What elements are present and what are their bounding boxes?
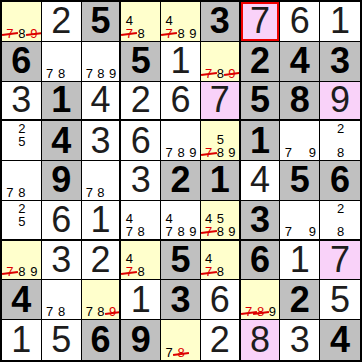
cell-r5c3[interactable]: 78 xyxy=(82,161,122,201)
candidate-8: 8 xyxy=(175,27,187,40)
candidate-8: 8 xyxy=(175,146,187,159)
given-digit: 5 xyxy=(131,43,151,79)
candidate-7-eliminated: 7 xyxy=(203,67,215,80)
cell-r2c5[interactable]: 1 xyxy=(161,42,201,82)
solved-digit: 3 xyxy=(11,82,31,118)
solved-digit: 2 xyxy=(210,322,230,358)
candidate-8-eliminated: 8 xyxy=(255,305,267,318)
given-digit: 2 xyxy=(250,43,270,79)
cell-r1c2[interactable]: 2 xyxy=(42,2,82,42)
cell-r2c8[interactable]: 4 xyxy=(280,42,320,82)
cell-r3c1[interactable]: 3 xyxy=(2,82,42,122)
candidate-2: 2 xyxy=(334,122,346,135)
cell-r6c5[interactable]: 4789 xyxy=(161,201,201,241)
candidate-9: 9 xyxy=(187,27,199,40)
given-digit: 5 xyxy=(170,242,190,278)
candidate-7-eliminated: 7 xyxy=(203,265,215,278)
given-digit: 6 xyxy=(11,43,31,79)
candidate-4: 4 xyxy=(163,212,175,225)
cell-r8c8[interactable]: 2 xyxy=(280,280,320,320)
cell-r7c2[interactable]: 3 xyxy=(42,241,82,281)
pencil-marks: 45789 xyxy=(201,201,239,239)
cell-r7c3[interactable]: 2 xyxy=(82,241,122,281)
cell-r5c9[interactable]: 6 xyxy=(320,161,360,201)
candidate-5: 5 xyxy=(16,215,28,228)
cell-r5c6[interactable]: 1 xyxy=(201,161,241,201)
pencil-marks: 79 xyxy=(280,201,319,239)
solved-digit: 5 xyxy=(330,282,350,318)
cell-r8c2[interactable]: 78 xyxy=(42,280,82,320)
solved-digit: 1 xyxy=(131,282,151,318)
solved-digit: 1 xyxy=(170,43,190,79)
cell-r2c2[interactable]: 78 xyxy=(42,42,82,82)
cell-r4c9[interactable]: 28 xyxy=(320,121,360,161)
candidate-8: 8 xyxy=(16,265,28,278)
given-digit: 3 xyxy=(210,3,230,39)
cell-r5c4[interactable]: 3 xyxy=(121,161,161,201)
pencil-marks: 78 xyxy=(42,42,81,81)
cell-r2c7[interactable]: 2 xyxy=(241,42,281,82)
candidate-7-eliminated: 7 xyxy=(203,225,215,238)
pencil-marks: 5789 xyxy=(201,121,239,160)
given-digit: 3 xyxy=(330,43,350,79)
given-digit: 3 xyxy=(170,282,190,318)
solved-digit: 9 xyxy=(330,82,350,118)
cell-r9c4[interactable]: 9 xyxy=(121,320,161,360)
given-digit: 4 xyxy=(11,282,31,318)
cell-r5c2[interactable]: 9 xyxy=(42,161,82,201)
candidate-7: 7 xyxy=(84,305,96,318)
cell-r6c3[interactable]: 1 xyxy=(82,201,122,241)
candidate-7: 7 xyxy=(123,225,135,238)
solved-digit: 8 xyxy=(250,322,270,358)
solved-digit: 3 xyxy=(90,123,110,159)
pencil-marks: 789 xyxy=(82,280,120,319)
candidate-9: 9 xyxy=(187,146,199,159)
solved-digit: 4 xyxy=(90,82,110,118)
cell-r8c7[interactable]: 789 xyxy=(241,280,281,320)
cell-r9c2[interactable]: 5 xyxy=(42,320,82,360)
candidate-7-eliminated: 7 xyxy=(243,305,255,318)
cell-r2c9[interactable]: 3 xyxy=(320,42,360,82)
given-digit: 4 xyxy=(290,43,310,79)
pencil-marks: 4789 xyxy=(161,201,200,239)
cell-r8c9[interactable]: 5 xyxy=(320,280,360,320)
solved-digit: 2 xyxy=(90,242,110,278)
candidate-7-eliminated: 7 xyxy=(123,265,135,278)
given-digit: 6 xyxy=(90,322,110,358)
given-digit: 9 xyxy=(51,162,71,198)
candidate-8: 8 xyxy=(334,146,346,159)
given-digit: 1 xyxy=(51,82,71,118)
candidate-8: 8 xyxy=(56,67,68,80)
candidate-8: 8 xyxy=(16,186,28,199)
candidate-9: 9 xyxy=(267,305,279,318)
candidate-8-eliminated: 8 xyxy=(175,346,187,359)
candidate-8: 8 xyxy=(175,225,187,238)
cell-r4c4[interactable]: 6 xyxy=(121,121,161,161)
cell-r6c9[interactable]: 28 xyxy=(320,201,360,241)
cell-r8c6[interactable]: 6 xyxy=(201,280,241,320)
cell-r3c4[interactable]: 2 xyxy=(121,82,161,122)
candidate-8: 8 xyxy=(135,27,147,40)
pencil-marks: 79 xyxy=(280,121,319,160)
cell-r3c8[interactable]: 8 xyxy=(280,82,320,122)
pencil-marks: 789 xyxy=(161,121,200,160)
cell-r3c3[interactable]: 4 xyxy=(82,82,122,122)
solved-digit: 5 xyxy=(51,322,71,358)
candidate-8: 8 xyxy=(214,225,226,238)
cell-r8c3[interactable]: 789 xyxy=(82,280,122,320)
pencil-marks: 789 xyxy=(201,42,239,81)
candidate-9: 9 xyxy=(306,146,318,159)
given-digit: 4 xyxy=(51,123,71,159)
candidate-9: 9 xyxy=(28,265,40,278)
given-digit: 2 xyxy=(170,162,190,198)
pencil-marks: 478 xyxy=(121,201,160,239)
cell-r8c1[interactable]: 4 xyxy=(2,280,42,320)
given-digit: 5 xyxy=(290,162,310,198)
candidate-5: 5 xyxy=(16,135,28,148)
cell-r9c7[interactable]: 8 xyxy=(241,320,281,360)
cell-r9c1[interactable]: 1 xyxy=(2,320,42,360)
candidate-8: 8 xyxy=(95,305,107,318)
candidate-7-eliminated: 7 xyxy=(203,146,215,159)
cell-r1c5[interactable]: 4789 xyxy=(161,2,201,42)
pencil-marks: 78 xyxy=(82,161,120,200)
cell-r6c4[interactable]: 478 xyxy=(121,201,161,241)
given-digit: 1 xyxy=(210,162,230,198)
cell-r1c8[interactable]: 6 xyxy=(280,2,320,42)
cell-r1c9[interactable]: 1 xyxy=(320,2,360,42)
candidate-9-eliminated: 9 xyxy=(226,67,238,80)
solved-digit: 1 xyxy=(11,322,31,358)
solved-digit: 2 xyxy=(51,3,71,39)
candidate-7: 7 xyxy=(282,146,294,159)
candidate-4: 4 xyxy=(123,14,135,27)
solved-digit: 4 xyxy=(250,162,270,198)
candidate-7: 7 xyxy=(282,225,294,238)
candidate-7: 7 xyxy=(163,146,175,159)
cell-r9c6[interactable]: 2 xyxy=(201,320,241,360)
cell-r4c3[interactable]: 3 xyxy=(82,121,122,161)
candidate-7-eliminated: 7 xyxy=(123,27,135,40)
pencil-marks: 478 xyxy=(121,2,160,41)
candidate-8: 8 xyxy=(214,265,226,278)
cell-r9c9[interactable]: 4 xyxy=(320,320,360,360)
cell-r7c9[interactable]: 7 xyxy=(320,241,360,281)
given-digit: 1 xyxy=(250,123,270,159)
candidate-7-eliminated: 7 xyxy=(4,265,16,278)
candidate-5: 5 xyxy=(214,212,226,225)
solved-digit: 1 xyxy=(90,202,110,238)
pencil-marks: 78 xyxy=(42,280,81,319)
pencil-marks: 25 xyxy=(2,201,41,239)
solved-digit: 6 xyxy=(170,82,190,118)
cell-r7c5[interactable]: 5 xyxy=(161,241,201,281)
candidate-8: 8 xyxy=(95,186,107,199)
solved-digit: 6 xyxy=(210,282,230,318)
pencil-marks: 789 xyxy=(241,280,280,319)
given-digit: 3 xyxy=(250,202,270,238)
candidate-7-eliminated: 7 xyxy=(4,27,16,40)
cell-r7c6[interactable]: 478 xyxy=(201,241,241,281)
cell-r8c5[interactable]: 3 xyxy=(161,280,201,320)
solved-digit: 3 xyxy=(290,322,310,358)
cell-r6c7[interactable]: 3 xyxy=(241,201,281,241)
candidate-7-eliminated: 7 xyxy=(163,27,175,40)
cell-r3c6[interactable]: 7 xyxy=(201,82,241,122)
cell-r4c5[interactable]: 789 xyxy=(161,121,201,161)
solved-digit: 1 xyxy=(290,242,310,278)
cell-r5c5[interactable]: 2 xyxy=(161,161,201,201)
cell-r6c2[interactable]: 6 xyxy=(42,201,82,241)
cell-r3c9[interactable]: 9 xyxy=(320,82,360,122)
cell-r4c1[interactable]: 25 xyxy=(2,121,42,161)
cell-r9c5[interactable]: 78 xyxy=(161,320,201,360)
candidate-9-eliminated: 9 xyxy=(28,27,40,40)
given-digit: 2 xyxy=(290,282,310,318)
candidate-7: 7 xyxy=(44,305,56,318)
given-digit: 8 xyxy=(290,82,310,118)
cell-r2c4[interactable]: 5 xyxy=(121,42,161,82)
pencil-marks: 78 xyxy=(161,320,200,360)
given-digit: 4 xyxy=(330,322,350,358)
cell-r1c6[interactable]: 3 xyxy=(201,2,241,42)
solved-digit: 7 xyxy=(210,82,230,118)
candidate-7: 7 xyxy=(44,67,56,80)
candidate-4: 4 xyxy=(123,212,135,225)
cell-r5c1[interactable]: 78 xyxy=(2,161,42,201)
given-digit: 5 xyxy=(250,82,270,118)
given-digit: 5 xyxy=(90,3,110,39)
solved-digit: 6 xyxy=(290,3,310,39)
candidate-8: 8 xyxy=(56,305,68,318)
solved-digit: 7 xyxy=(330,242,350,278)
solved-digit: 1 xyxy=(330,3,350,39)
candidate-8: 8 xyxy=(334,225,346,238)
pencil-marks: 25 xyxy=(2,121,41,160)
candidate-9: 9 xyxy=(226,225,238,238)
candidate-7: 7 xyxy=(84,186,96,199)
candidate-9: 9 xyxy=(107,67,119,80)
candidate-7: 7 xyxy=(4,186,16,199)
candidate-9-eliminated: 9 xyxy=(107,305,119,318)
pencil-marks: 28 xyxy=(320,121,360,160)
candidate-7: 7 xyxy=(84,67,96,80)
candidate-8: 8 xyxy=(95,67,107,80)
cell-r5c8[interactable]: 5 xyxy=(280,161,320,201)
pencil-marks: 78 xyxy=(2,161,41,200)
cell-r8c4[interactable]: 1 xyxy=(121,280,161,320)
pencil-marks: 478 xyxy=(121,241,160,280)
pencil-marks: 789 xyxy=(2,2,41,41)
cell-r4c7[interactable]: 1 xyxy=(241,121,281,161)
sudoku-board: 7892547847893761678789517892433142675892… xyxy=(0,0,362,362)
cell-r1c4[interactable]: 478 xyxy=(121,2,161,42)
cell-r5c7[interactable]: 4 xyxy=(241,161,281,201)
pencil-marks: 28 xyxy=(320,201,360,239)
given-digit: 6 xyxy=(250,242,270,278)
cell-r4c2[interactable]: 4 xyxy=(42,121,82,161)
candidate-9: 9 xyxy=(226,146,238,159)
cell-r3c2[interactable]: 1 xyxy=(42,82,82,122)
cell-r1c1[interactable]: 789 xyxy=(2,2,42,42)
candidate-9: 9 xyxy=(187,225,199,238)
cell-r7c4[interactable]: 478 xyxy=(121,241,161,281)
cell-r7c7[interactable]: 6 xyxy=(241,241,281,281)
pencil-marks: 789 xyxy=(82,42,120,81)
cell-r9c8[interactable]: 3 xyxy=(280,320,320,360)
cell-r1c3[interactable]: 5 xyxy=(82,2,122,42)
candidate-8: 8 xyxy=(214,146,226,159)
candidate-4: 4 xyxy=(203,212,215,225)
candidate-2: 2 xyxy=(334,202,346,215)
solved-digit: 7 xyxy=(250,3,270,39)
cell-r3c7[interactable]: 5 xyxy=(241,82,281,122)
candidate-4: 4 xyxy=(163,14,175,27)
candidate-8: 8 xyxy=(135,225,147,238)
candidate-9: 9 xyxy=(306,225,318,238)
cell-r6c6[interactable]: 45789 xyxy=(201,201,241,241)
given-digit: 6 xyxy=(330,162,350,198)
cell-r2c3[interactable]: 789 xyxy=(82,42,122,82)
candidate-2: 2 xyxy=(16,202,28,215)
solved-digit: 6 xyxy=(51,202,71,238)
cell-r6c8[interactable]: 79 xyxy=(280,201,320,241)
solved-digit: 3 xyxy=(131,162,151,198)
cell-r2c6[interactable]: 789 xyxy=(201,42,241,82)
cell-r2c1[interactable]: 6 xyxy=(2,42,42,82)
solved-digit: 2 xyxy=(131,82,151,118)
cell-r4c8[interactable]: 79 xyxy=(280,121,320,161)
cell-r6c1[interactable]: 25 xyxy=(2,201,42,241)
cell-r9c3[interactable]: 6 xyxy=(82,320,122,360)
given-digit: 9 xyxy=(131,322,151,358)
pencil-marks: 789 xyxy=(2,241,41,280)
solved-digit: 6 xyxy=(131,123,151,159)
candidate-7: 7 xyxy=(163,346,175,359)
pencil-marks: 478 xyxy=(201,241,239,280)
cell-r1c7-selected[interactable]: 7 xyxy=(241,2,281,42)
cell-r3c5[interactable]: 6 xyxy=(161,82,201,122)
cell-r4c6[interactable]: 5789 xyxy=(201,121,241,161)
candidate-7: 7 xyxy=(163,225,175,238)
pencil-marks: 4789 xyxy=(161,2,200,41)
solved-digit: 3 xyxy=(51,242,71,278)
candidate-8: 8 xyxy=(135,265,147,278)
cell-r7c8[interactable]: 1 xyxy=(280,241,320,281)
cell-r7c1[interactable]: 789 xyxy=(2,241,42,281)
